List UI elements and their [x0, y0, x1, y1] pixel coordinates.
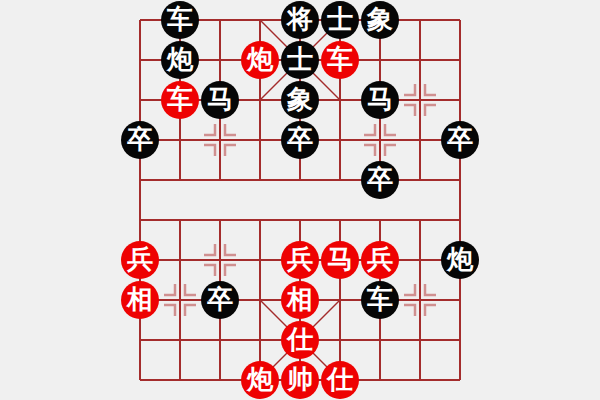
red-cannon[interactable]: 炮	[241, 41, 279, 79]
black-horse[interactable]: 马	[361, 81, 399, 119]
black-chariot[interactable]: 车	[161, 1, 199, 39]
red-soldier[interactable]: 兵	[281, 241, 319, 279]
red-advisor[interactable]: 仕	[281, 321, 319, 359]
black-soldier[interactable]: 卒	[441, 121, 479, 159]
red-soldier[interactable]: 兵	[121, 241, 159, 279]
black-general[interactable]: 将	[281, 1, 319, 39]
black-soldier[interactable]: 卒	[201, 281, 239, 319]
red-horse[interactable]: 马	[321, 241, 359, 279]
black-advisor[interactable]: 士	[281, 41, 319, 79]
red-advisor[interactable]: 仕	[321, 361, 359, 399]
black-advisor[interactable]: 士	[321, 1, 359, 39]
red-chariot[interactable]: 车	[321, 41, 359, 79]
red-chariot[interactable]: 车	[161, 81, 199, 119]
xiangqi-board-area: 车将士象炮炮士车车马象马卒卒卒卒兵兵马兵炮相卒相车仕炮帅仕	[0, 0, 600, 400]
black-soldier[interactable]: 卒	[361, 161, 399, 199]
black-horse[interactable]: 马	[201, 81, 239, 119]
red-elephant[interactable]: 相	[121, 281, 159, 319]
black-soldier[interactable]: 卒	[121, 121, 159, 159]
red-cannon[interactable]: 炮	[241, 361, 279, 399]
black-chariot[interactable]: 车	[361, 281, 399, 319]
black-elephant[interactable]: 象	[361, 1, 399, 39]
pieces-layer: 车将士象炮炮士车车马象马卒卒卒卒兵兵马兵炮相卒相车仕炮帅仕	[0, 0, 600, 400]
black-elephant[interactable]: 象	[281, 81, 319, 119]
red-soldier[interactable]: 兵	[361, 241, 399, 279]
red-general[interactable]: 帅	[281, 361, 319, 399]
red-elephant[interactable]: 相	[281, 281, 319, 319]
black-cannon[interactable]: 炮	[161, 41, 199, 79]
black-cannon[interactable]: 炮	[441, 241, 479, 279]
black-soldier[interactable]: 卒	[281, 121, 319, 159]
